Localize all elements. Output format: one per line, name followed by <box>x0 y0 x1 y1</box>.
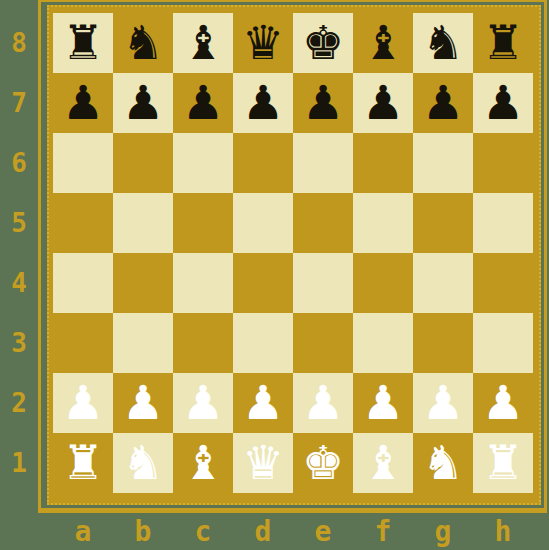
black-king[interactable]: ♚ <box>302 13 344 73</box>
black-bishop[interactable]: ♝ <box>362 13 404 73</box>
square-g5[interactable] <box>413 193 473 253</box>
file-label-g: g <box>413 513 473 550</box>
file-label-b: b <box>113 513 173 550</box>
black-pawn[interactable]: ♟ <box>422 73 464 133</box>
square-f8[interactable]: ♝ <box>353 13 413 73</box>
square-e3[interactable] <box>293 313 353 373</box>
square-f2[interactable]: ♟ <box>353 373 413 433</box>
black-bishop[interactable]: ♝ <box>182 13 224 73</box>
file-label-a: a <box>53 513 113 550</box>
rank-label-6: 6 <box>0 133 38 193</box>
white-rook[interactable]: ♜ <box>482 433 524 493</box>
white-pawn[interactable]: ♟ <box>242 373 284 433</box>
white-knight[interactable]: ♞ <box>122 433 164 493</box>
square-e7[interactable]: ♟ <box>293 73 353 133</box>
square-e5[interactable] <box>293 193 353 253</box>
file-label-c: c <box>173 513 233 550</box>
square-b4[interactable] <box>113 253 173 313</box>
square-c6[interactable] <box>173 133 233 193</box>
white-pawn[interactable]: ♟ <box>482 373 524 433</box>
black-pawn[interactable]: ♟ <box>182 73 224 133</box>
white-pawn[interactable]: ♟ <box>182 373 224 433</box>
square-d4[interactable] <box>233 253 293 313</box>
square-c5[interactable] <box>173 193 233 253</box>
rank-label-4: 4 <box>0 253 38 313</box>
square-g1[interactable]: ♞ <box>413 433 473 493</box>
rank-labels: 87654321 <box>0 13 38 493</box>
square-d5[interactable] <box>233 193 293 253</box>
black-pawn[interactable]: ♟ <box>62 73 104 133</box>
black-queen[interactable]: ♛ <box>242 13 284 73</box>
black-pawn[interactable]: ♟ <box>302 73 344 133</box>
square-a2[interactable]: ♟ <box>53 373 113 433</box>
square-e4[interactable] <box>293 253 353 313</box>
square-h6[interactable] <box>473 133 533 193</box>
white-rook[interactable]: ♜ <box>62 433 104 493</box>
square-h1[interactable]: ♜ <box>473 433 533 493</box>
square-h2[interactable]: ♟ <box>473 373 533 433</box>
file-label-h: h <box>473 513 533 550</box>
square-c2[interactable]: ♟ <box>173 373 233 433</box>
square-a6[interactable] <box>53 133 113 193</box>
white-pawn[interactable]: ♟ <box>422 373 464 433</box>
rank-label-2: 2 <box>0 373 38 433</box>
square-d8[interactable]: ♛ <box>233 13 293 73</box>
square-d3[interactable] <box>233 313 293 373</box>
black-pawn[interactable]: ♟ <box>482 73 524 133</box>
black-rook[interactable]: ♜ <box>482 13 524 73</box>
square-d2[interactable]: ♟ <box>233 373 293 433</box>
square-c1[interactable]: ♝ <box>173 433 233 493</box>
square-b7[interactable]: ♟ <box>113 73 173 133</box>
square-e2[interactable]: ♟ <box>293 373 353 433</box>
square-b3[interactable] <box>113 313 173 373</box>
square-e8[interactable]: ♚ <box>293 13 353 73</box>
square-c8[interactable]: ♝ <box>173 13 233 73</box>
square-f5[interactable] <box>353 193 413 253</box>
chess-scene: ♜♞♝♛♚♝♞♜♟♟♟♟♟♟♟♟♟♟♟♟♟♟♟♟♜♞♝♛♚♝♞♜ 8765432… <box>0 0 549 550</box>
square-f7[interactable]: ♟ <box>353 73 413 133</box>
square-c3[interactable] <box>173 313 233 373</box>
white-pawn[interactable]: ♟ <box>62 373 104 433</box>
square-b2[interactable]: ♟ <box>113 373 173 433</box>
square-c4[interactable] <box>173 253 233 313</box>
black-rook[interactable]: ♜ <box>62 13 104 73</box>
rank-label-7: 7 <box>0 73 38 133</box>
square-b8[interactable]: ♞ <box>113 13 173 73</box>
rank-label-5: 5 <box>0 193 38 253</box>
chess-board: ♜♞♝♛♚♝♞♜♟♟♟♟♟♟♟♟♟♟♟♟♟♟♟♟♜♞♝♛♚♝♞♜ <box>53 13 533 493</box>
rank-label-8: 8 <box>0 13 38 73</box>
square-g7[interactable]: ♟ <box>413 73 473 133</box>
white-king[interactable]: ♚ <box>302 433 344 493</box>
white-pawn[interactable]: ♟ <box>122 373 164 433</box>
black-knight[interactable]: ♞ <box>122 13 164 73</box>
square-f3[interactable] <box>353 313 413 373</box>
square-a8[interactable]: ♜ <box>53 13 113 73</box>
square-b5[interactable] <box>113 193 173 253</box>
square-h3[interactable] <box>473 313 533 373</box>
file-label-d: d <box>233 513 293 550</box>
white-bishop[interactable]: ♝ <box>362 433 404 493</box>
square-g4[interactable] <box>413 253 473 313</box>
white-pawn[interactable]: ♟ <box>362 373 404 433</box>
square-d6[interactable] <box>233 133 293 193</box>
file-label-e: e <box>293 513 353 550</box>
square-b1[interactable]: ♞ <box>113 433 173 493</box>
rank-label-1: 1 <box>0 433 38 493</box>
square-e1[interactable]: ♚ <box>293 433 353 493</box>
square-g3[interactable] <box>413 313 473 373</box>
black-knight[interactable]: ♞ <box>422 13 464 73</box>
square-d7[interactable]: ♟ <box>233 73 293 133</box>
square-g6[interactable] <box>413 133 473 193</box>
square-f1[interactable]: ♝ <box>353 433 413 493</box>
file-labels: abcdefgh <box>53 513 533 550</box>
square-d1[interactable]: ♛ <box>233 433 293 493</box>
black-pawn[interactable]: ♟ <box>242 73 284 133</box>
square-f4[interactable] <box>353 253 413 313</box>
square-b6[interactable] <box>113 133 173 193</box>
square-h5[interactable] <box>473 193 533 253</box>
white-bishop[interactable]: ♝ <box>182 433 224 493</box>
white-queen[interactable]: ♛ <box>242 433 284 493</box>
square-g2[interactable]: ♟ <box>413 373 473 433</box>
black-pawn[interactable]: ♟ <box>122 73 164 133</box>
square-a5[interactable] <box>53 193 113 253</box>
square-h8[interactable]: ♜ <box>473 13 533 73</box>
square-a1[interactable]: ♜ <box>53 433 113 493</box>
file-label-f: f <box>353 513 413 550</box>
black-pawn[interactable]: ♟ <box>362 73 404 133</box>
square-f6[interactable] <box>353 133 413 193</box>
square-a4[interactable] <box>53 253 113 313</box>
white-pawn[interactable]: ♟ <box>302 373 344 433</box>
square-e6[interactable] <box>293 133 353 193</box>
square-a3[interactable] <box>53 313 113 373</box>
square-c7[interactable]: ♟ <box>173 73 233 133</box>
square-h7[interactable]: ♟ <box>473 73 533 133</box>
square-g8[interactable]: ♞ <box>413 13 473 73</box>
square-h4[interactable] <box>473 253 533 313</box>
square-a7[interactable]: ♟ <box>53 73 113 133</box>
rank-label-3: 3 <box>0 313 38 373</box>
white-knight[interactable]: ♞ <box>422 433 464 493</box>
